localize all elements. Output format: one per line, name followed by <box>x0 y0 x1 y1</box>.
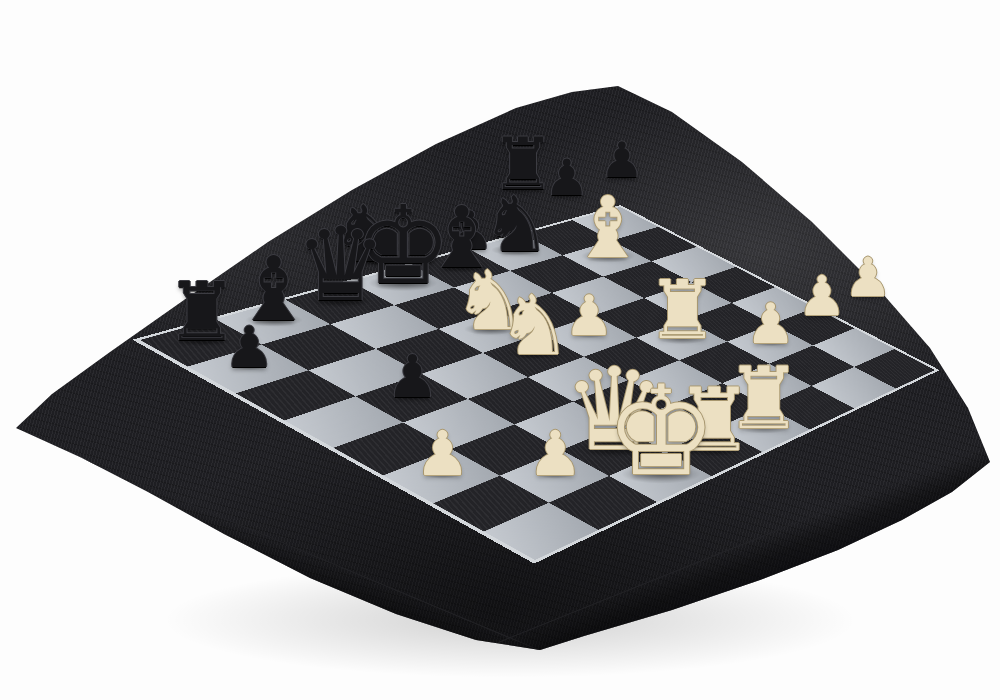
piece-wP-a3[interactable]: ♟ <box>415 422 471 484</box>
piece-wP-g3[interactable]: ♟ <box>746 295 796 351</box>
piece-wP-b2[interactable]: ♟ <box>527 422 583 484</box>
piece-wR-f4[interactable]: ♜ <box>646 270 719 351</box>
piece-wN-d5[interactable]: ♞ <box>497 283 571 366</box>
chess-product-photo: ♜♝♛♚♝♞♟♟♝♞♞♟♜♟♟♟♛♚♜♜♞♟♜♟♟♟♟ <box>0 0 1000 700</box>
piece-wP-offboard[interactable]: ♟ <box>844 251 892 305</box>
piece-wP-e5[interactable]: ♟ <box>564 287 614 343</box>
piece-wB-g7[interactable]: ♝ <box>569 185 645 270</box>
piece-bP-a7[interactable]: ♟ <box>223 319 274 376</box>
piece-wK-c1[interactable]: ♚ <box>605 369 716 493</box>
piece-bP-b5[interactable]: ♟ <box>386 347 439 406</box>
piece-wP-offboard[interactable]: ♟ <box>797 269 846 324</box>
